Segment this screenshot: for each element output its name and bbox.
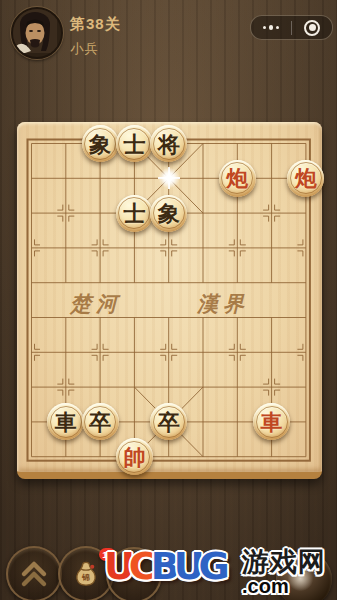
piece-character: 車 — [55, 411, 77, 433]
piece-red-cannon[interactable]: 炮 — [219, 160, 256, 197]
piece-character: 象 — [158, 202, 180, 224]
piece-character: 将 — [158, 133, 180, 155]
expand-toolbar-button[interactable] — [6, 546, 62, 600]
piece-character: 炮 — [295, 167, 317, 189]
wechat-capsule — [250, 15, 333, 40]
obscured-toolbar-button[interactable] — [106, 547, 162, 600]
piece-character: 炮 — [226, 167, 248, 189]
avatar-face-image — [13, 9, 57, 53]
corner-ornament — [276, 551, 332, 600]
piece-character: 帥 — [123, 446, 145, 468]
app-screen: 第38关 小兵 楚河 漢界 象士将炮炮士象車卒卒車帥 锦 15 — [0, 0, 337, 600]
piece-character: 卒 — [89, 411, 111, 433]
piece-black-general[interactable]: 将 — [150, 125, 187, 162]
piece-character: 車 — [261, 411, 283, 433]
piece-black-advisor[interactable]: 士 — [116, 195, 153, 232]
more-menu-button[interactable] — [251, 16, 291, 39]
piece-character: 象 — [89, 133, 111, 155]
double-chevron-up-icon — [17, 559, 51, 589]
watermark-letter: G — [199, 538, 230, 594]
target-circle-icon — [304, 20, 320, 36]
level-label: 第38关 — [70, 15, 121, 34]
ellipsis-dots-icon — [276, 26, 279, 29]
piece-black-pawn[interactable]: 卒 — [82, 403, 119, 440]
river-label-han: 漢界 — [197, 290, 249, 318]
piece-character: 卒 — [158, 411, 180, 433]
hint-sparkle — [158, 167, 180, 189]
xiangqi-board[interactable]: 楚河 漢界 象士将炮炮士象車卒卒車帥 — [17, 122, 322, 479]
ellipsis-dots-icon — [263, 26, 266, 29]
player-avatar[interactable] — [11, 7, 63, 59]
river-label-chu: 楚河 — [70, 290, 122, 318]
level-info: 第38关 小兵 — [70, 15, 121, 58]
piece-black-elephant[interactable]: 象 — [82, 125, 119, 162]
piece-black-elephant[interactable]: 象 — [150, 195, 187, 232]
svg-text:锦: 锦 — [81, 572, 90, 582]
piece-black-advisor[interactable]: 士 — [116, 125, 153, 162]
ellipsis-dots-icon — [269, 25, 274, 30]
piece-red-cannon[interactable]: 炮 — [287, 160, 324, 197]
watermark-letter: U — [174, 538, 205, 594]
minimize-button[interactable] — [292, 16, 332, 39]
piece-character: 士 — [123, 202, 145, 224]
piece-red-general[interactable]: 帥 — [116, 438, 153, 475]
piece-character: 士 — [123, 133, 145, 155]
money-bag-icon: 锦 — [68, 556, 104, 592]
player-name: 小兵 — [70, 40, 121, 58]
